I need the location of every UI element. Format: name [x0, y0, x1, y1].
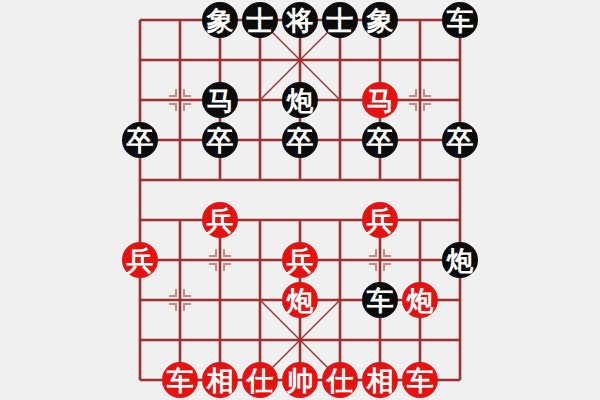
- black-cannon[interactable]: 炮: [442, 242, 478, 278]
- black-chariot[interactable]: 车: [442, 2, 478, 38]
- red-soldier[interactable]: 兵: [362, 202, 398, 238]
- black-elephant[interactable]: 象: [202, 2, 238, 38]
- black-cannon[interactable]: 炮: [282, 82, 318, 118]
- red-cannon[interactable]: 炮: [282, 282, 318, 318]
- black-soldier[interactable]: 卒: [122, 122, 158, 158]
- red-chariot[interactable]: 车: [402, 362, 438, 398]
- black-soldier[interactable]: 卒: [362, 122, 398, 158]
- red-elephant[interactable]: 相: [202, 362, 238, 398]
- red-chariot[interactable]: 车: [162, 362, 198, 398]
- red-soldier[interactable]: 兵: [282, 242, 318, 278]
- red-soldier[interactable]: 兵: [202, 202, 238, 238]
- red-elephant[interactable]: 相: [362, 362, 398, 398]
- red-advisor[interactable]: 仕: [242, 362, 278, 398]
- black-general[interactable]: 将: [282, 2, 318, 38]
- pieces-layer: 象士将士象车马炮马卒卒卒卒卒兵兵兵兵炮炮车炮车相仕帅仕相车: [120, 0, 480, 400]
- black-advisor[interactable]: 士: [322, 2, 358, 38]
- black-soldier[interactable]: 卒: [282, 122, 318, 158]
- red-horse[interactable]: 马: [362, 82, 398, 118]
- xiangqi-board[interactable]: 象士将士象车马炮马卒卒卒卒卒兵兵兵兵炮炮车炮车相仕帅仕相车: [0, 0, 600, 400]
- red-advisor[interactable]: 仕: [322, 362, 358, 398]
- red-general[interactable]: 帅: [282, 362, 318, 398]
- black-advisor[interactable]: 士: [242, 2, 278, 38]
- black-soldier[interactable]: 卒: [442, 122, 478, 158]
- black-horse[interactable]: 马: [202, 82, 238, 118]
- black-chariot[interactable]: 车: [362, 282, 398, 318]
- red-soldier[interactable]: 兵: [122, 242, 158, 278]
- black-elephant[interactable]: 象: [362, 2, 398, 38]
- red-cannon[interactable]: 炮: [402, 282, 438, 318]
- black-soldier[interactable]: 卒: [202, 122, 238, 158]
